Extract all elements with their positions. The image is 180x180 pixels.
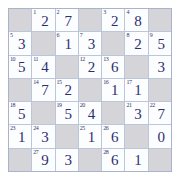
- cell-r5c3[interactable]: 195: [56, 102, 78, 124]
- digit: 4: [32, 56, 54, 78]
- digit: 6: [102, 149, 124, 171]
- blocked-cell-r1c4: [79, 9, 101, 31]
- cell-r4c2[interactable]: 147: [32, 79, 54, 101]
- digit: 8: [125, 9, 147, 31]
- cell-r2c1[interactable]: 53: [9, 32, 31, 54]
- digit: 1: [79, 125, 101, 147]
- digit: 3: [9, 32, 31, 54]
- blocked-cell-r7c4: [79, 149, 101, 171]
- blocked-cell-r4c4: [79, 79, 101, 101]
- blocked-cell-r2c2: [32, 32, 54, 54]
- cell-r2c3[interactable]: 61: [56, 32, 78, 54]
- blocked-cell-r1c1: [9, 9, 31, 31]
- blocked-cell-r4c1: [9, 79, 31, 101]
- digit: 2: [102, 9, 124, 31]
- digit: 3: [149, 56, 171, 78]
- cell-r1c5[interactable]: 32: [102, 9, 124, 31]
- blocked-cell-r5c5: [102, 102, 124, 124]
- cell-r6c4[interactable]: 251: [79, 125, 101, 147]
- digit: 9: [32, 149, 54, 171]
- digit: 3: [125, 102, 147, 124]
- digit: 2: [125, 32, 147, 54]
- digit: 4: [79, 102, 101, 124]
- blocked-cell-r6c6: [125, 125, 147, 147]
- digit: 5: [9, 102, 31, 124]
- digit: 3: [79, 32, 101, 54]
- blocked-cell-r5c2: [32, 102, 54, 124]
- digit: 3: [56, 149, 78, 171]
- digit: 5: [9, 56, 31, 78]
- cell-r3c7[interactable]: 3: [149, 56, 171, 78]
- blocked-cell-r2c5: [102, 32, 124, 54]
- cell-r7c3[interactable]: 3: [56, 149, 78, 171]
- digit: 2: [32, 9, 54, 31]
- blocked-cell-r7c1: [9, 149, 31, 171]
- cell-r1c6[interactable]: 48: [125, 9, 147, 31]
- cell-r5c7[interactable]: 227: [149, 102, 171, 124]
- cell-r1c2[interactable]: 12: [32, 9, 54, 31]
- digit: 6: [102, 125, 124, 147]
- cell-r3c2[interactable]: 114: [32, 56, 54, 78]
- cell-r5c4[interactable]: 204: [79, 102, 101, 124]
- cell-r3c5[interactable]: 136: [102, 56, 124, 78]
- cell-r6c5[interactable]: 266: [102, 125, 124, 147]
- blocked-cell-r3c3: [56, 56, 78, 78]
- cell-r1c3[interactable]: 27: [56, 9, 78, 31]
- cell-r5c6[interactable]: 213: [125, 102, 147, 124]
- digit: 1: [56, 32, 78, 54]
- cell-r2c6[interactable]: 82: [125, 32, 147, 54]
- digit: 7: [56, 9, 78, 31]
- cell-r7c2[interactable]: 279: [32, 149, 54, 171]
- cell-r2c7[interactable]: 95: [149, 32, 171, 54]
- cell-r3c1[interactable]: 105: [9, 56, 31, 78]
- cell-r7c5[interactable]: 286: [102, 149, 124, 171]
- cell-r4c6[interactable]: 171: [125, 79, 147, 101]
- cell-r6c2[interactable]: 243: [32, 125, 54, 147]
- digit: 2: [79, 56, 101, 78]
- cell-r5c1[interactable]: 185: [9, 102, 31, 124]
- crossnumber-page: 1227324853617382951051141221363147152161…: [0, 0, 180, 180]
- cell-r4c3[interactable]: 152: [56, 79, 78, 101]
- digit: 3: [32, 125, 54, 147]
- cell-r6c7[interactable]: 0: [149, 125, 171, 147]
- cell-r6c1[interactable]: 231: [9, 125, 31, 147]
- cell-r4c5[interactable]: 161: [102, 79, 124, 101]
- digit: 5: [56, 102, 78, 124]
- digit: 7: [149, 102, 171, 124]
- blocked-cell-r7c7: [149, 149, 171, 171]
- blocked-cell-r1c7: [149, 9, 171, 31]
- blocked-cell-r6c3: [56, 125, 78, 147]
- digit: 5: [149, 32, 171, 54]
- digit: 7: [32, 79, 54, 101]
- digit: 1: [9, 125, 31, 147]
- cell-r7c6[interactable]: 1: [125, 149, 147, 171]
- board: 1227324853617382951051141221363147152161…: [8, 8, 172, 172]
- digit: 0: [149, 125, 171, 147]
- digit: 1: [125, 149, 147, 171]
- cell-r2c4[interactable]: 73: [79, 32, 101, 54]
- digit: 1: [102, 79, 124, 101]
- cell-r3c4[interactable]: 122: [79, 56, 101, 78]
- blocked-cell-r4c7: [149, 79, 171, 101]
- blocked-cell-r3c6: [125, 56, 147, 78]
- digit: 2: [56, 79, 78, 101]
- digit: 6: [102, 56, 124, 78]
- digit: 1: [125, 79, 147, 101]
